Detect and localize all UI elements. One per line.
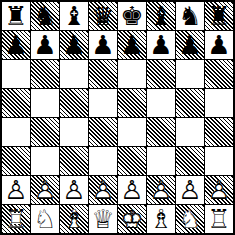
black-pawn-piece: ♟ bbox=[31, 31, 59, 59]
square-g7[interactable]: ♟ bbox=[176, 31, 204, 59]
white-king-piece: ♔ bbox=[118, 205, 146, 233]
square-d5[interactable] bbox=[89, 89, 117, 117]
square-g8[interactable]: ♞ bbox=[176, 2, 204, 30]
white-pawn-piece: ♙ bbox=[118, 176, 146, 204]
square-c7[interactable]: ♟ bbox=[60, 31, 88, 59]
white-bishop-piece-fill: ♝ bbox=[60, 205, 88, 233]
white-pawn-piece: ♙ bbox=[60, 176, 88, 204]
square-e2[interactable]: ♟♙ bbox=[118, 176, 146, 204]
square-f1[interactable]: ♝♗ bbox=[147, 205, 175, 233]
square-d1[interactable]: ♛♕ bbox=[89, 205, 117, 233]
square-c3[interactable] bbox=[60, 147, 88, 175]
square-e3[interactable] bbox=[118, 147, 146, 175]
white-knight-piece: ♘ bbox=[31, 205, 59, 233]
white-pawn-piece-fill: ♟ bbox=[176, 176, 204, 204]
square-h2[interactable]: ♟♙ bbox=[205, 176, 233, 204]
square-g5[interactable] bbox=[176, 89, 204, 117]
square-b4[interactable] bbox=[31, 118, 59, 146]
square-e1[interactable]: ♚♔ bbox=[118, 205, 146, 233]
white-bishop-piece-fill: ♝ bbox=[147, 205, 175, 233]
square-h7[interactable]: ♟ bbox=[205, 31, 233, 59]
square-b7[interactable]: ♟ bbox=[31, 31, 59, 59]
square-a7[interactable]: ♟ bbox=[2, 31, 30, 59]
black-bishop-piece: ♝ bbox=[60, 2, 88, 30]
square-e7[interactable]: ♟ bbox=[118, 31, 146, 59]
white-pawn-piece-fill: ♟ bbox=[205, 176, 233, 204]
square-f3[interactable] bbox=[147, 147, 175, 175]
square-g3[interactable] bbox=[176, 147, 204, 175]
white-rook-piece-fill: ♜ bbox=[2, 205, 30, 233]
square-e6[interactable] bbox=[118, 60, 146, 88]
square-c8[interactable]: ♝ bbox=[60, 2, 88, 30]
square-f7[interactable]: ♟ bbox=[147, 31, 175, 59]
white-knight-piece-fill: ♞ bbox=[176, 205, 204, 233]
square-a3[interactable] bbox=[2, 147, 30, 175]
square-f2[interactable]: ♟♙ bbox=[147, 176, 175, 204]
square-b2[interactable]: ♟♙ bbox=[31, 176, 59, 204]
square-a1[interactable]: ♜♖ bbox=[2, 205, 30, 233]
square-b8[interactable]: ♞ bbox=[31, 2, 59, 30]
black-knight-piece: ♞ bbox=[31, 2, 59, 30]
square-b1[interactable]: ♞♘ bbox=[31, 205, 59, 233]
black-rook-piece: ♜ bbox=[2, 2, 30, 30]
black-rook-piece: ♜ bbox=[205, 2, 233, 30]
black-pawn-piece: ♟ bbox=[147, 31, 175, 59]
square-c1[interactable]: ♝♗ bbox=[60, 205, 88, 233]
square-c4[interactable] bbox=[60, 118, 88, 146]
black-knight-piece: ♞ bbox=[176, 2, 204, 30]
white-pawn-piece: ♙ bbox=[176, 176, 204, 204]
white-pawn-piece-fill: ♟ bbox=[89, 176, 117, 204]
black-pawn-piece: ♟ bbox=[2, 31, 30, 59]
square-h4[interactable] bbox=[205, 118, 233, 146]
square-g1[interactable]: ♞♘ bbox=[176, 205, 204, 233]
square-f4[interactable] bbox=[147, 118, 175, 146]
square-d6[interactable] bbox=[89, 60, 117, 88]
square-a8[interactable]: ♜ bbox=[2, 2, 30, 30]
white-pawn-piece-fill: ♟ bbox=[60, 176, 88, 204]
black-queen-piece: ♛ bbox=[89, 2, 117, 30]
square-h8[interactable]: ♜ bbox=[205, 2, 233, 30]
square-d8[interactable]: ♛ bbox=[89, 2, 117, 30]
white-pawn-piece-fill: ♟ bbox=[147, 176, 175, 204]
white-pawn-piece: ♙ bbox=[89, 176, 117, 204]
square-e5[interactable] bbox=[118, 89, 146, 117]
square-d7[interactable]: ♟ bbox=[89, 31, 117, 59]
white-bishop-piece: ♗ bbox=[60, 205, 88, 233]
square-b3[interactable] bbox=[31, 147, 59, 175]
square-h6[interactable] bbox=[205, 60, 233, 88]
white-king-piece-fill: ♚ bbox=[118, 205, 146, 233]
chess-board: ♜♞♝♛♚♝♞♜♟♟♟♟♟♟♟♟♟♙♟♙♟♙♟♙♟♙♟♙♟♙♟♙♜♖♞♘♝♗♛♕… bbox=[2, 2, 233, 233]
square-a2[interactable]: ♟♙ bbox=[2, 176, 30, 204]
square-d2[interactable]: ♟♙ bbox=[89, 176, 117, 204]
square-a4[interactable] bbox=[2, 118, 30, 146]
square-h1[interactable]: ♜♖ bbox=[205, 205, 233, 233]
white-pawn-piece: ♙ bbox=[147, 176, 175, 204]
square-h3[interactable] bbox=[205, 147, 233, 175]
square-b6[interactable] bbox=[31, 60, 59, 88]
white-bishop-piece: ♗ bbox=[147, 205, 175, 233]
white-queen-piece-fill: ♛ bbox=[89, 205, 117, 233]
square-a5[interactable] bbox=[2, 89, 30, 117]
white-queen-piece: ♕ bbox=[89, 205, 117, 233]
black-pawn-piece: ♟ bbox=[118, 31, 146, 59]
square-g2[interactable]: ♟♙ bbox=[176, 176, 204, 204]
black-pawn-piece: ♟ bbox=[176, 31, 204, 59]
square-e4[interactable] bbox=[118, 118, 146, 146]
square-c2[interactable]: ♟♙ bbox=[60, 176, 88, 204]
white-rook-piece: ♖ bbox=[2, 205, 30, 233]
square-c5[interactable] bbox=[60, 89, 88, 117]
black-pawn-piece: ♟ bbox=[89, 31, 117, 59]
board-frame: ♜♞♝♛♚♝♞♜♟♟♟♟♟♟♟♟♟♙♟♙♟♙♟♙♟♙♟♙♟♙♟♙♜♖♞♘♝♗♛♕… bbox=[0, 0, 235, 235]
square-d3[interactable] bbox=[89, 147, 117, 175]
square-f5[interactable] bbox=[147, 89, 175, 117]
square-f8[interactable]: ♝ bbox=[147, 2, 175, 30]
square-d4[interactable] bbox=[89, 118, 117, 146]
square-g6[interactable] bbox=[176, 60, 204, 88]
square-f6[interactable] bbox=[147, 60, 175, 88]
white-rook-piece: ♖ bbox=[205, 205, 233, 233]
square-b5[interactable] bbox=[31, 89, 59, 117]
white-knight-piece: ♘ bbox=[176, 205, 204, 233]
white-pawn-piece: ♙ bbox=[205, 176, 233, 204]
square-e8[interactable]: ♚ bbox=[118, 2, 146, 30]
black-pawn-piece: ♟ bbox=[205, 31, 233, 59]
white-pawn-piece: ♙ bbox=[31, 176, 59, 204]
square-c6[interactable] bbox=[60, 60, 88, 88]
black-pawn-piece: ♟ bbox=[60, 31, 88, 59]
white-pawn-piece-fill: ♟ bbox=[31, 176, 59, 204]
white-pawn-piece-fill: ♟ bbox=[2, 176, 30, 204]
black-bishop-piece: ♝ bbox=[147, 2, 175, 30]
white-pawn-piece: ♙ bbox=[2, 176, 30, 204]
square-h5[interactable] bbox=[205, 89, 233, 117]
white-knight-piece-fill: ♞ bbox=[31, 205, 59, 233]
black-king-piece: ♚ bbox=[118, 2, 146, 30]
square-g4[interactable] bbox=[176, 118, 204, 146]
white-rook-piece-fill: ♜ bbox=[205, 205, 233, 233]
white-pawn-piece-fill: ♟ bbox=[118, 176, 146, 204]
square-a6[interactable] bbox=[2, 60, 30, 88]
